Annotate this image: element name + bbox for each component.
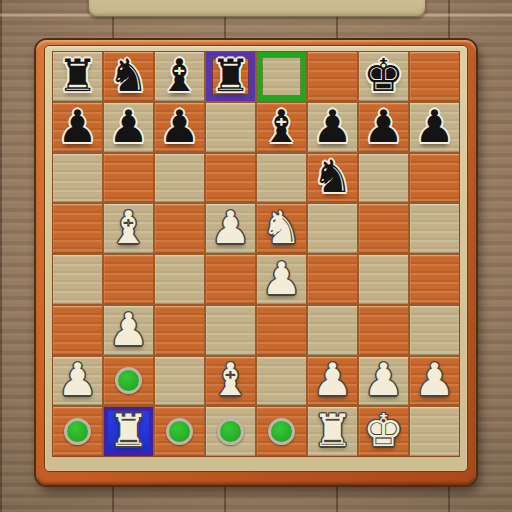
chess-board: ♜♞♝♜♚♟♟♟♝♟♟♟♞♝♟♞♟♟♟♝♟♟♟♜♜♚ bbox=[52, 51, 460, 457]
square-f1[interactable]: ♜ bbox=[308, 407, 357, 456]
chess-board-rim: ♜♞♝♜♚♟♟♟♝♟♟♟♞♝♟♞♟♟♟♝♟♟♟♜♜♚ bbox=[44, 45, 468, 472]
black-pawn-piece[interactable]: ♟ bbox=[57, 104, 97, 149]
square-e6[interactable] bbox=[257, 154, 306, 203]
square-g1[interactable]: ♚ bbox=[359, 407, 408, 456]
square-h5[interactable] bbox=[410, 204, 459, 253]
black-king-piece[interactable]: ♚ bbox=[363, 53, 403, 98]
square-b7[interactable]: ♟ bbox=[104, 103, 153, 152]
square-a4[interactable] bbox=[53, 255, 102, 304]
square-c5[interactable] bbox=[155, 204, 204, 253]
square-a2[interactable]: ♟ bbox=[53, 357, 102, 406]
chess-board-frame: ♜♞♝♜♚♟♟♟♝♟♟♟♞♝♟♞♟♟♟♝♟♟♟♜♜♚ bbox=[36, 40, 476, 485]
square-b6[interactable] bbox=[104, 154, 153, 203]
square-b2[interactable] bbox=[104, 357, 153, 406]
black-knight-piece[interactable]: ♞ bbox=[312, 154, 352, 199]
black-pawn-piece[interactable]: ♟ bbox=[108, 104, 148, 149]
square-e5[interactable]: ♞ bbox=[257, 204, 306, 253]
square-h1[interactable] bbox=[410, 407, 459, 456]
square-a3[interactable] bbox=[53, 306, 102, 355]
white-pawn-piece[interactable]: ♟ bbox=[363, 357, 403, 402]
square-b3[interactable]: ♟ bbox=[104, 306, 153, 355]
square-h8[interactable] bbox=[410, 52, 459, 101]
white-rook-piece[interactable]: ♜ bbox=[108, 408, 148, 453]
square-f4[interactable] bbox=[308, 255, 357, 304]
square-f8[interactable] bbox=[308, 52, 357, 101]
square-d4[interactable] bbox=[206, 255, 255, 304]
square-e3[interactable] bbox=[257, 306, 306, 355]
square-b5[interactable]: ♝ bbox=[104, 204, 153, 253]
legal-move-dot[interactable] bbox=[115, 367, 142, 394]
square-g2[interactable]: ♟ bbox=[359, 357, 408, 406]
black-bishop-piece[interactable]: ♝ bbox=[159, 53, 199, 98]
square-h6[interactable] bbox=[410, 154, 459, 203]
white-pawn-piece[interactable]: ♟ bbox=[261, 256, 301, 301]
square-g3[interactable] bbox=[359, 306, 408, 355]
white-rook-piece[interactable]: ♜ bbox=[312, 408, 352, 453]
black-knight-piece[interactable]: ♞ bbox=[108, 53, 148, 98]
top-banner[interactable] bbox=[88, 0, 426, 17]
square-f2[interactable]: ♟ bbox=[308, 357, 357, 406]
square-c8[interactable]: ♝ bbox=[155, 52, 204, 101]
black-pawn-piece[interactable]: ♟ bbox=[363, 104, 403, 149]
legal-move-dot[interactable] bbox=[166, 418, 193, 445]
square-a6[interactable] bbox=[53, 154, 102, 203]
square-c3[interactable] bbox=[155, 306, 204, 355]
black-pawn-piece[interactable]: ♟ bbox=[159, 104, 199, 149]
square-g8[interactable]: ♚ bbox=[359, 52, 408, 101]
square-b8[interactable]: ♞ bbox=[104, 52, 153, 101]
square-b1[interactable]: ♜ bbox=[104, 407, 153, 456]
square-h7[interactable]: ♟ bbox=[410, 103, 459, 152]
square-d2[interactable]: ♝ bbox=[206, 357, 255, 406]
square-f6[interactable]: ♞ bbox=[308, 154, 357, 203]
square-c6[interactable] bbox=[155, 154, 204, 203]
square-g4[interactable] bbox=[359, 255, 408, 304]
square-e1[interactable] bbox=[257, 407, 306, 456]
black-bishop-piece[interactable]: ♝ bbox=[261, 104, 301, 149]
black-pawn-piece[interactable]: ♟ bbox=[312, 104, 352, 149]
white-knight-piece[interactable]: ♞ bbox=[261, 205, 301, 250]
square-c7[interactable]: ♟ bbox=[155, 103, 204, 152]
square-d5[interactable]: ♟ bbox=[206, 204, 255, 253]
white-pawn-piece[interactable]: ♟ bbox=[108, 307, 148, 352]
square-d8[interactable]: ♜ bbox=[206, 52, 255, 101]
square-c4[interactable] bbox=[155, 255, 204, 304]
square-a5[interactable] bbox=[53, 204, 102, 253]
square-h4[interactable] bbox=[410, 255, 459, 304]
square-f3[interactable] bbox=[308, 306, 357, 355]
square-f7[interactable]: ♟ bbox=[308, 103, 357, 152]
legal-move-dot[interactable] bbox=[64, 418, 91, 445]
square-d1[interactable] bbox=[206, 407, 255, 456]
square-a7[interactable]: ♟ bbox=[53, 103, 102, 152]
square-d6[interactable] bbox=[206, 154, 255, 203]
square-e7[interactable]: ♝ bbox=[257, 103, 306, 152]
square-e4[interactable]: ♟ bbox=[257, 255, 306, 304]
black-rook-piece[interactable]: ♜ bbox=[57, 53, 97, 98]
square-h2[interactable]: ♟ bbox=[410, 357, 459, 406]
white-king-piece[interactable]: ♚ bbox=[363, 408, 403, 453]
square-g7[interactable]: ♟ bbox=[359, 103, 408, 152]
legal-move-dot[interactable] bbox=[268, 418, 295, 445]
white-bishop-piece[interactable]: ♝ bbox=[210, 357, 250, 402]
white-pawn-piece[interactable]: ♟ bbox=[414, 357, 454, 402]
square-d7[interactable] bbox=[206, 103, 255, 152]
black-rook-piece[interactable]: ♜ bbox=[210, 53, 250, 98]
square-e2[interactable] bbox=[257, 357, 306, 406]
black-pawn-piece[interactable]: ♟ bbox=[414, 104, 454, 149]
square-g5[interactable] bbox=[359, 204, 408, 253]
square-e8[interactable] bbox=[257, 52, 306, 101]
white-pawn-piece[interactable]: ♟ bbox=[210, 205, 250, 250]
square-c1[interactable] bbox=[155, 407, 204, 456]
square-h3[interactable] bbox=[410, 306, 459, 355]
square-b4[interactable] bbox=[104, 255, 153, 304]
square-a1[interactable] bbox=[53, 407, 102, 456]
white-bishop-piece[interactable]: ♝ bbox=[108, 205, 148, 250]
square-c2[interactable] bbox=[155, 357, 204, 406]
square-d3[interactable] bbox=[206, 306, 255, 355]
legal-move-dot[interactable] bbox=[217, 418, 244, 445]
square-g6[interactable] bbox=[359, 154, 408, 203]
white-pawn-piece[interactable]: ♟ bbox=[312, 357, 352, 402]
square-a8[interactable]: ♜ bbox=[53, 52, 102, 101]
square-f5[interactable] bbox=[308, 204, 357, 253]
white-pawn-piece[interactable]: ♟ bbox=[57, 357, 97, 402]
